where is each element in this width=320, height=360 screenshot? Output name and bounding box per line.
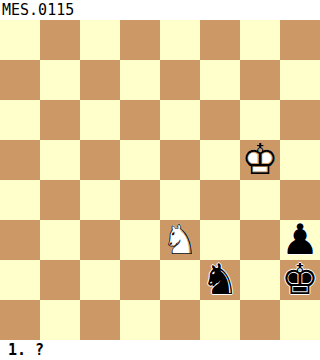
square-e5[interactable]	[160, 140, 200, 180]
square-d7[interactable]	[120, 60, 160, 100]
square-b4[interactable]	[40, 180, 80, 220]
square-h7[interactable]	[280, 60, 320, 100]
square-b1[interactable]	[40, 300, 80, 340]
square-a6[interactable]	[0, 100, 40, 140]
square-b3[interactable]	[40, 220, 80, 260]
square-d6[interactable]	[120, 100, 160, 140]
move-prompt: 1. ?	[0, 340, 320, 360]
square-c5[interactable]	[80, 140, 120, 180]
square-g7[interactable]	[240, 60, 280, 100]
square-h6[interactable]	[280, 100, 320, 140]
square-h2[interactable]: ♚	[280, 260, 320, 300]
square-h5[interactable]	[280, 140, 320, 180]
square-b2[interactable]	[40, 260, 80, 300]
square-b7[interactable]	[40, 60, 80, 100]
black-pawn-glyph: ♟	[280, 220, 320, 260]
square-f8[interactable]	[200, 20, 240, 60]
square-e8[interactable]	[160, 20, 200, 60]
white-king-outline: ♔	[240, 140, 280, 180]
square-g4[interactable]	[240, 180, 280, 220]
square-a4[interactable]	[0, 180, 40, 220]
square-f3[interactable]	[200, 220, 240, 260]
square-h3[interactable]: ♟	[280, 220, 320, 260]
square-e4[interactable]	[160, 180, 200, 220]
square-f2[interactable]: ♞	[200, 260, 240, 300]
square-e3[interactable]: ♞♘	[160, 220, 200, 260]
square-f4[interactable]	[200, 180, 240, 220]
black-knight[interactable]: ♞	[200, 260, 240, 300]
white-knight-fill: ♞	[160, 220, 200, 260]
square-f5[interactable]	[200, 140, 240, 180]
puzzle-id-title: MES.0115	[0, 0, 320, 20]
black-pawn[interactable]: ♟	[280, 220, 320, 260]
black-king-glyph: ♚	[280, 260, 320, 300]
square-f6[interactable]	[200, 100, 240, 140]
square-b6[interactable]	[40, 100, 80, 140]
white-king[interactable]: ♚♔	[240, 140, 280, 180]
square-g1[interactable]	[240, 300, 280, 340]
square-g3[interactable]	[240, 220, 280, 260]
white-king-fill: ♚	[240, 140, 280, 180]
square-f7[interactable]	[200, 60, 240, 100]
white-knight[interactable]: ♞♘	[160, 220, 200, 260]
square-d3[interactable]	[120, 220, 160, 260]
chess-board: ♚♔♞♘♟♞♚	[0, 20, 320, 340]
square-a8[interactable]	[0, 20, 40, 60]
black-knight-glyph: ♞	[200, 260, 240, 300]
square-d1[interactable]	[120, 300, 160, 340]
square-g8[interactable]	[240, 20, 280, 60]
square-b8[interactable]	[40, 20, 80, 60]
square-c8[interactable]	[80, 20, 120, 60]
square-h4[interactable]	[280, 180, 320, 220]
square-a2[interactable]	[0, 260, 40, 300]
square-c7[interactable]	[80, 60, 120, 100]
square-e6[interactable]	[160, 100, 200, 140]
square-h8[interactable]	[280, 20, 320, 60]
chess-puzzle-window: MES.0115 ♚♔♞♘♟♞♚ 1. ?	[0, 0, 320, 360]
square-e1[interactable]	[160, 300, 200, 340]
square-c2[interactable]	[80, 260, 120, 300]
square-c1[interactable]	[80, 300, 120, 340]
white-knight-outline: ♘	[160, 220, 200, 260]
square-b5[interactable]	[40, 140, 80, 180]
square-d2[interactable]	[120, 260, 160, 300]
square-e2[interactable]	[160, 260, 200, 300]
square-a5[interactable]	[0, 140, 40, 180]
square-d5[interactable]	[120, 140, 160, 180]
square-d8[interactable]	[120, 20, 160, 60]
square-c4[interactable]	[80, 180, 120, 220]
square-a3[interactable]	[0, 220, 40, 260]
square-g6[interactable]	[240, 100, 280, 140]
square-c3[interactable]	[80, 220, 120, 260]
square-d4[interactable]	[120, 180, 160, 220]
square-g5[interactable]: ♚♔	[240, 140, 280, 180]
square-f1[interactable]	[200, 300, 240, 340]
square-e7[interactable]	[160, 60, 200, 100]
square-h1[interactable]	[280, 300, 320, 340]
black-king[interactable]: ♚	[280, 260, 320, 300]
square-c6[interactable]	[80, 100, 120, 140]
square-a1[interactable]	[0, 300, 40, 340]
square-g2[interactable]	[240, 260, 280, 300]
square-a7[interactable]	[0, 60, 40, 100]
